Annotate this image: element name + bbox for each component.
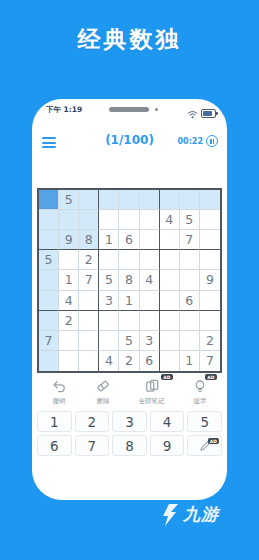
cell-r7c3[interactable]: [99, 331, 119, 351]
cell-r6c2[interactable]: [79, 311, 99, 331]
cell-r8c8[interactable]: 7: [200, 351, 220, 371]
hint-button[interactable]: AD 提示: [192, 377, 209, 406]
cell-r0c8[interactable]: [200, 190, 220, 210]
cell-r3c4[interactable]: [119, 250, 139, 270]
battery-icon: [201, 109, 216, 118]
key-1[interactable]: 1: [37, 411, 72, 432]
cell-r2c2[interactable]: 8: [79, 230, 99, 250]
cell-r5c8[interactable]: [200, 291, 220, 311]
key-7[interactable]: 7: [75, 435, 110, 456]
cell-r3c5[interactable]: [140, 250, 160, 270]
cell-r3c1[interactable]: [59, 250, 79, 270]
page-title: 经典数独: [0, 24, 259, 55]
cell-r1c5[interactable]: [140, 210, 160, 230]
notes-ad-badge: AD: [161, 374, 172, 380]
cell-r4c0[interactable]: [39, 270, 59, 290]
cell-r5c4[interactable]: 1: [119, 291, 139, 311]
cell-r5c0[interactable]: [39, 291, 59, 311]
pencil-key[interactable]: AD: [187, 435, 222, 456]
cell-r7c7[interactable]: [180, 331, 200, 351]
cell-r6c7[interactable]: [180, 311, 200, 331]
cell-r0c3[interactable]: [99, 190, 119, 210]
cell-r1c3[interactable]: [99, 210, 119, 230]
sudoku-board: 545981675217584943162753242617: [37, 188, 222, 373]
timer: 00:22: [178, 137, 203, 146]
cell-r7c6[interactable]: [160, 331, 180, 351]
jiuyou-logo: 九游: [162, 503, 219, 526]
cell-r6c1[interactable]: 2: [59, 311, 79, 331]
cell-r7c1[interactable]: [59, 331, 79, 351]
cell-r5c1[interactable]: 4: [59, 291, 79, 311]
status-time: 下午 1:19: [46, 105, 82, 115]
cell-r2c1[interactable]: 9: [59, 230, 79, 250]
wifi-icon: [187, 104, 198, 123]
cell-r5c5[interactable]: [140, 291, 160, 311]
cell-r4c4[interactable]: 8: [119, 270, 139, 290]
cell-r7c0[interactable]: 7: [39, 331, 59, 351]
cell-r0c1[interactable]: 5: [59, 190, 79, 210]
key-8[interactable]: 8: [112, 435, 147, 456]
status-icons: [187, 104, 216, 123]
cell-r7c5[interactable]: 3: [140, 331, 160, 351]
cell-r4c1[interactable]: 1: [59, 270, 79, 290]
erase-button[interactable]: 擦除: [95, 377, 112, 406]
cell-r2c6[interactable]: [160, 230, 180, 250]
cell-r0c0[interactable]: [39, 190, 59, 210]
cell-r1c7[interactable]: 5: [180, 210, 200, 230]
cell-r5c2[interactable]: [79, 291, 99, 311]
key-3[interactable]: 3: [112, 411, 147, 432]
cell-r2c0[interactable]: [39, 230, 59, 250]
cell-r1c2[interactable]: [79, 210, 99, 230]
key-9[interactable]: 9: [150, 435, 185, 456]
cell-r1c4[interactable]: [119, 210, 139, 230]
cell-r0c5[interactable]: [140, 190, 160, 210]
notes-label: 全部笔记: [139, 397, 165, 406]
toolbar: 撤销 擦除 AD 全部笔记: [37, 377, 222, 406]
cell-r3c7[interactable]: [180, 250, 200, 270]
cell-r3c8[interactable]: [200, 250, 220, 270]
cell-r1c6[interactable]: 4: [160, 210, 180, 230]
cell-r7c4[interactable]: 5: [119, 331, 139, 351]
cell-r4c8[interactable]: 9: [200, 270, 220, 290]
key-6[interactable]: 6: [37, 435, 72, 456]
cell-r0c6[interactable]: [160, 190, 180, 210]
notch: [109, 107, 149, 112]
cell-r2c4[interactable]: 6: [119, 230, 139, 250]
cell-r6c4[interactable]: [119, 311, 139, 331]
key-5[interactable]: 5: [187, 411, 222, 432]
notes-icon: [143, 377, 160, 394]
hint-label: 提示: [194, 397, 207, 406]
cell-r3c6[interactable]: [160, 250, 180, 270]
cell-r4c3[interactable]: 5: [99, 270, 119, 290]
cell-r6c5[interactable]: [140, 311, 160, 331]
undo-icon: [51, 377, 68, 394]
cell-r3c2[interactable]: 2: [79, 250, 99, 270]
eraser-icon: [95, 377, 112, 394]
undo-button[interactable]: 撤销: [51, 377, 68, 406]
cell-r7c2[interactable]: [79, 331, 99, 351]
pause-button[interactable]: [206, 135, 218, 147]
cell-r5c6[interactable]: [160, 291, 180, 311]
cell-r8c2[interactable]: [79, 351, 99, 371]
cell-r1c1[interactable]: [59, 210, 79, 230]
cell-r4c2[interactable]: 7: [79, 270, 99, 290]
cell-r4c7[interactable]: [180, 270, 200, 290]
cell-r4c5[interactable]: 4: [140, 270, 160, 290]
cell-r8c7[interactable]: 1: [180, 351, 200, 371]
cell-r5c3[interactable]: 3: [99, 291, 119, 311]
cell-r8c0[interactable]: [39, 351, 59, 371]
cell-r7c8[interactable]: 2: [200, 331, 220, 351]
key-4[interactable]: 4: [150, 411, 185, 432]
cell-r6c6[interactable]: [160, 311, 180, 331]
cell-r0c4[interactable]: [119, 190, 139, 210]
cell-r5c7[interactable]: 6: [180, 291, 200, 311]
cell-r2c5[interactable]: [140, 230, 160, 250]
cell-r1c0[interactable]: [39, 210, 59, 230]
cell-r6c3[interactable]: [99, 311, 119, 331]
cell-r6c0[interactable]: [39, 311, 59, 331]
hint-ad-badge: AD: [205, 374, 216, 380]
numpad: 123456789 AD: [37, 411, 222, 456]
cell-r8c1[interactable]: [59, 351, 79, 371]
camera-dot: [155, 108, 158, 111]
cell-r8c6[interactable]: [160, 351, 180, 371]
cell-r0c7[interactable]: [180, 190, 200, 210]
jiuyou-logo-text: 九游: [183, 503, 219, 526]
erase-label: 擦除: [97, 397, 110, 406]
cell-r1c8[interactable]: [200, 210, 220, 230]
phone-mockup: 下午 1:19 (1/100) 00:22 545981675217584943…: [32, 99, 227, 500]
jiuyou-logo-icon: [162, 504, 179, 526]
key-2[interactable]: 2: [75, 411, 110, 432]
notes-button[interactable]: AD 全部笔记: [139, 377, 165, 406]
cell-r0c2[interactable]: [79, 190, 99, 210]
cell-r2c7[interactable]: 7: [180, 230, 200, 250]
cell-r3c3[interactable]: [99, 250, 119, 270]
cell-r6c8[interactable]: [200, 311, 220, 331]
cell-r8c3[interactable]: 4: [99, 351, 119, 371]
cell-r2c3[interactable]: 1: [99, 230, 119, 250]
cell-r4c6[interactable]: [160, 270, 180, 290]
undo-label: 撤销: [53, 397, 66, 406]
cell-r8c4[interactable]: 2: [119, 351, 139, 371]
cell-r8c5[interactable]: 6: [140, 351, 160, 371]
pencil-ad-badge: AD: [208, 438, 219, 444]
cell-r3c0[interactable]: 5: [39, 250, 59, 270]
cell-r2c8[interactable]: [200, 230, 220, 250]
